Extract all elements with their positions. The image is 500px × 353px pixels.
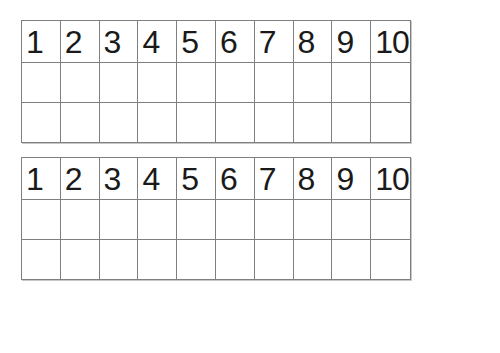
number-cell: 8 bbox=[294, 158, 333, 200]
empty-cell bbox=[294, 63, 333, 103]
number-cell: 1 bbox=[22, 21, 61, 63]
empty-cell bbox=[255, 200, 294, 240]
empty-cell bbox=[100, 240, 139, 280]
empty-cell bbox=[100, 103, 139, 143]
empty-cell bbox=[138, 103, 177, 143]
empty-cell bbox=[61, 103, 100, 143]
empty-cell bbox=[177, 63, 216, 103]
empty-cell bbox=[138, 200, 177, 240]
number-cell: 6 bbox=[216, 21, 255, 63]
empty-cell bbox=[138, 240, 177, 280]
number-cell: 1 bbox=[22, 158, 61, 200]
empty-cell bbox=[332, 240, 371, 280]
empty-cell bbox=[371, 240, 410, 280]
empty-cell bbox=[100, 200, 139, 240]
empty-cell bbox=[216, 240, 255, 280]
number-cell: 3 bbox=[100, 21, 139, 63]
number-cell: 6 bbox=[216, 158, 255, 200]
empty-cell bbox=[177, 103, 216, 143]
number-cell: 4 bbox=[138, 158, 177, 200]
empty-cell bbox=[216, 200, 255, 240]
empty-cell bbox=[371, 200, 410, 240]
number-cell: 10 bbox=[371, 21, 410, 63]
number-track-board-2: 1 2 3 4 5 6 7 8 9 10 bbox=[21, 157, 411, 280]
number-cell: 8 bbox=[294, 21, 333, 63]
number-cell: 4 bbox=[138, 21, 177, 63]
number-cell: 10 bbox=[371, 158, 410, 200]
empty-cell bbox=[371, 63, 410, 103]
empty-cell bbox=[332, 200, 371, 240]
number-cell: 9 bbox=[332, 21, 371, 63]
empty-cell bbox=[22, 240, 61, 280]
empty-cell bbox=[22, 63, 61, 103]
empty-cell bbox=[255, 103, 294, 143]
empty-cell bbox=[294, 200, 333, 240]
empty-cell bbox=[332, 103, 371, 143]
empty-cell bbox=[216, 103, 255, 143]
empty-cell bbox=[371, 103, 410, 143]
empty-cell bbox=[177, 200, 216, 240]
empty-cell bbox=[294, 103, 333, 143]
empty-cell bbox=[332, 63, 371, 103]
empty-cell bbox=[138, 63, 177, 103]
empty-cell bbox=[177, 240, 216, 280]
number-cell: 5 bbox=[177, 158, 216, 200]
empty-cell bbox=[294, 240, 333, 280]
empty-cell bbox=[255, 240, 294, 280]
number-cell: 3 bbox=[100, 158, 139, 200]
empty-cell bbox=[255, 63, 294, 103]
number-cell: 5 bbox=[177, 21, 216, 63]
number-cell: 9 bbox=[332, 158, 371, 200]
number-cell: 2 bbox=[61, 158, 100, 200]
number-track-board-1: 1 2 3 4 5 6 7 8 9 10 bbox=[21, 20, 411, 143]
empty-cell bbox=[22, 103, 61, 143]
number-cell: 7 bbox=[255, 158, 294, 200]
empty-cell bbox=[61, 200, 100, 240]
empty-cell bbox=[100, 63, 139, 103]
empty-cell bbox=[216, 63, 255, 103]
number-cell: 7 bbox=[255, 21, 294, 63]
number-cell: 2 bbox=[61, 21, 100, 63]
empty-cell bbox=[61, 63, 100, 103]
empty-cell bbox=[22, 200, 61, 240]
empty-cell bbox=[61, 240, 100, 280]
